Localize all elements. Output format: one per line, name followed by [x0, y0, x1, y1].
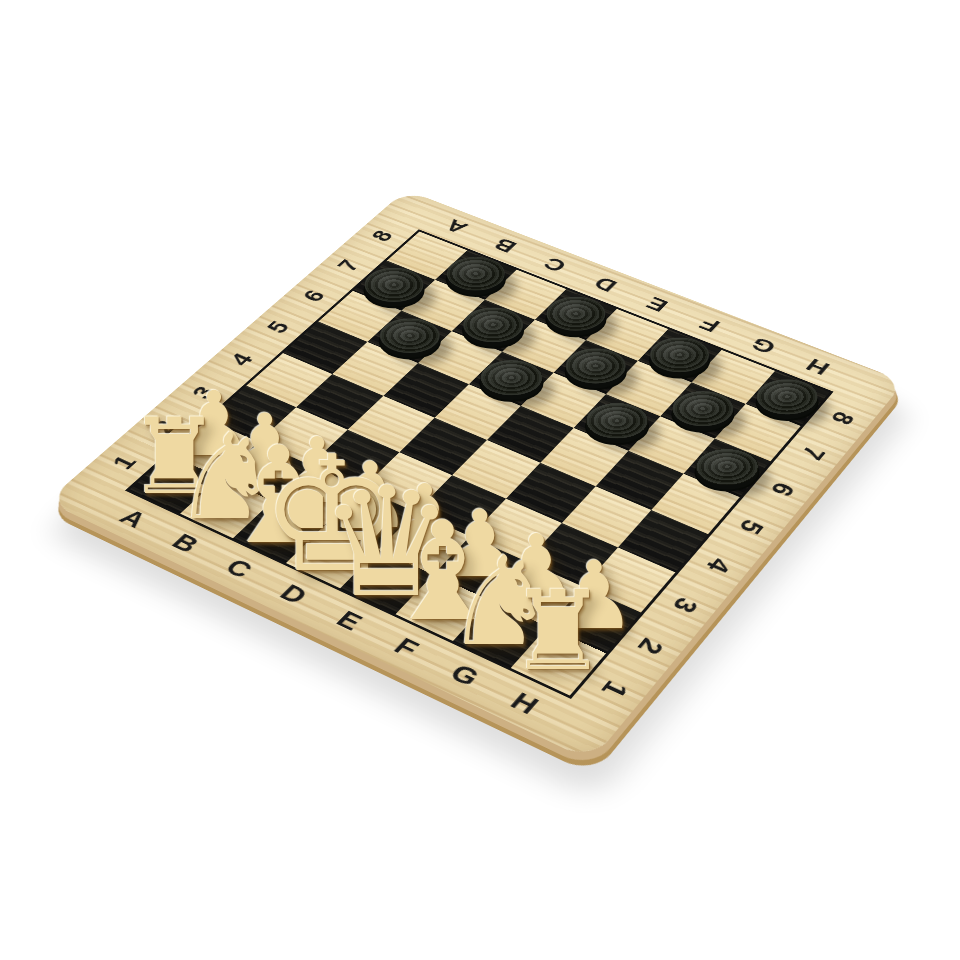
game-board: ABCDEFGH ABCDEFGH 87654321 87654321: [47, 190, 905, 762]
play-area: [125, 229, 834, 699]
scene: ABCDEFGH ABCDEFGH 87654321 87654321 ●●●●…: [0, 0, 960, 960]
